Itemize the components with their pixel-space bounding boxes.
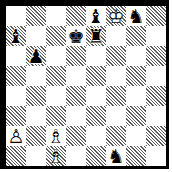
- square-g4[interactable]: [126, 86, 146, 106]
- square-a5[interactable]: [6, 66, 26, 86]
- square-b1[interactable]: [26, 146, 46, 166]
- square-h3[interactable]: [146, 106, 166, 126]
- square-a4[interactable]: [6, 86, 26, 106]
- square-h4[interactable]: [146, 86, 166, 106]
- square-c5[interactable]: [46, 66, 66, 86]
- square-h2[interactable]: [146, 126, 166, 146]
- black-rook[interactable]: ♜: [86, 26, 106, 46]
- square-e4[interactable]: [86, 86, 106, 106]
- square-d2[interactable]: [66, 126, 86, 146]
- chess-diagram: ♝♚♔♞♝♚♜♟♟♙♝♗♝♗♞: [0, 0, 172, 172]
- white-pawn[interactable]: ♟♙: [6, 126, 26, 146]
- square-c7[interactable]: [46, 26, 66, 46]
- square-f3[interactable]: [106, 106, 126, 126]
- square-f2[interactable]: [106, 126, 126, 146]
- black-knight-glyph: ♞: [106, 146, 126, 166]
- square-g3[interactable]: [126, 106, 146, 126]
- square-d3[interactable]: [66, 106, 86, 126]
- square-c2[interactable]: ♝♗: [46, 126, 66, 146]
- square-g8[interactable]: ♞: [126, 6, 146, 26]
- square-a6[interactable]: [6, 46, 26, 66]
- square-d1[interactable]: [66, 146, 86, 166]
- square-g1[interactable]: [126, 146, 146, 166]
- square-f4[interactable]: [106, 86, 126, 106]
- square-e3[interactable]: [86, 106, 106, 126]
- square-f6[interactable]: [106, 46, 126, 66]
- square-e7[interactable]: ♜: [86, 26, 106, 46]
- square-d5[interactable]: [66, 66, 86, 86]
- square-g7[interactable]: [126, 26, 146, 46]
- square-d8[interactable]: [66, 6, 86, 26]
- square-e5[interactable]: [86, 66, 106, 86]
- white-bishop[interactable]: ♝♗: [46, 146, 66, 166]
- black-knight[interactable]: ♞: [106, 146, 126, 166]
- square-e8[interactable]: ♝: [86, 6, 106, 26]
- white-bishop-outline: ♗: [46, 146, 66, 166]
- square-a7[interactable]: ♝: [6, 26, 26, 46]
- square-h1[interactable]: [146, 146, 166, 166]
- square-d7[interactable]: ♚: [66, 26, 86, 46]
- board-frame: ♝♚♔♞♝♚♜♟♟♙♝♗♝♗♞: [0, 0, 169, 169]
- square-f1[interactable]: ♞: [106, 146, 126, 166]
- square-g5[interactable]: [126, 66, 146, 86]
- square-a8[interactable]: [6, 6, 26, 26]
- square-c6[interactable]: [46, 46, 66, 66]
- white-pawn-outline: ♙: [6, 126, 26, 146]
- black-pawn-glyph: ♟: [26, 46, 46, 66]
- square-e6[interactable]: [86, 46, 106, 66]
- square-h8[interactable]: [146, 6, 166, 26]
- black-knight-glyph: ♞: [126, 6, 146, 26]
- square-h7[interactable]: [146, 26, 166, 46]
- square-b4[interactable]: [26, 86, 46, 106]
- black-bishop[interactable]: ♝: [86, 6, 106, 26]
- square-d6[interactable]: [66, 46, 86, 66]
- square-g2[interactable]: [126, 126, 146, 146]
- square-c4[interactable]: [46, 86, 66, 106]
- square-d4[interactable]: [66, 86, 86, 106]
- black-bishop-glyph: ♝: [6, 26, 26, 46]
- black-bishop-glyph: ♝: [86, 6, 106, 26]
- square-b5[interactable]: [26, 66, 46, 86]
- square-e1[interactable]: [86, 146, 106, 166]
- black-pawn[interactable]: ♟: [26, 46, 46, 66]
- black-knight[interactable]: ♞: [126, 6, 146, 26]
- square-a2[interactable]: ♟♙: [6, 126, 26, 146]
- square-c8[interactable]: [46, 6, 66, 26]
- square-b8[interactable]: [26, 6, 46, 26]
- black-rook-glyph: ♜: [86, 26, 106, 46]
- white-king[interactable]: ♚♔: [106, 6, 126, 26]
- square-b3[interactable]: [26, 106, 46, 126]
- square-b6[interactable]: ♟: [26, 46, 46, 66]
- black-king-glyph: ♚: [66, 26, 86, 46]
- square-c1[interactable]: ♝♗: [46, 146, 66, 166]
- white-king-outline: ♔: [106, 6, 126, 26]
- square-h6[interactable]: [146, 46, 166, 66]
- white-bishop[interactable]: ♝♗: [46, 126, 66, 146]
- square-e2[interactable]: [86, 126, 106, 146]
- black-bishop[interactable]: ♝: [6, 26, 26, 46]
- square-h5[interactable]: [146, 66, 166, 86]
- square-a3[interactable]: [6, 106, 26, 126]
- square-f8[interactable]: ♚♔: [106, 6, 126, 26]
- white-bishop-outline: ♗: [46, 126, 66, 146]
- square-b2[interactable]: [26, 126, 46, 146]
- square-c3[interactable]: [46, 106, 66, 126]
- chess-board: ♝♚♔♞♝♚♜♟♟♙♝♗♝♗♞: [6, 6, 166, 166]
- square-b7[interactable]: [26, 26, 46, 46]
- square-g6[interactable]: [126, 46, 146, 66]
- square-a1[interactable]: [6, 146, 26, 166]
- square-f5[interactable]: [106, 66, 126, 86]
- square-f7[interactable]: [106, 26, 126, 46]
- black-king[interactable]: ♚: [66, 26, 86, 46]
